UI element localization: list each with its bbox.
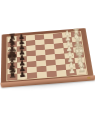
white-pawn-piece: ♟: [68, 67, 76, 75]
square: ♟: [17, 73, 27, 80]
square: [56, 70, 66, 77]
square: ♜: [76, 68, 87, 75]
board-grid: ♜♟♟♜♞♟♟♞♝♟♟♝♛♟♟♛♚♟♟♚♝♟♟♝♞♟♟♞♜♟♟♜: [6, 31, 87, 81]
square: ♜: [7, 74, 17, 81]
chess-set-scene: ♜♟♟♜♞♟♟♞♝♟♟♝♛♟♟♛♚♟♟♚♝♟♟♝♞♟♟♞♜♟♟♜: [0, 27, 95, 96]
square: [27, 72, 37, 79]
square: [37, 72, 47, 79]
square: [47, 71, 57, 78]
square: ♟: [66, 69, 77, 76]
chess-set-product-photo[interactable]: ♜♟♟♜♞♟♟♞♝♟♟♝♛♟♟♛♚♟♟♚♝♟♟♝♞♟♟♞♜♟♟♜: [0, 0, 95, 126]
